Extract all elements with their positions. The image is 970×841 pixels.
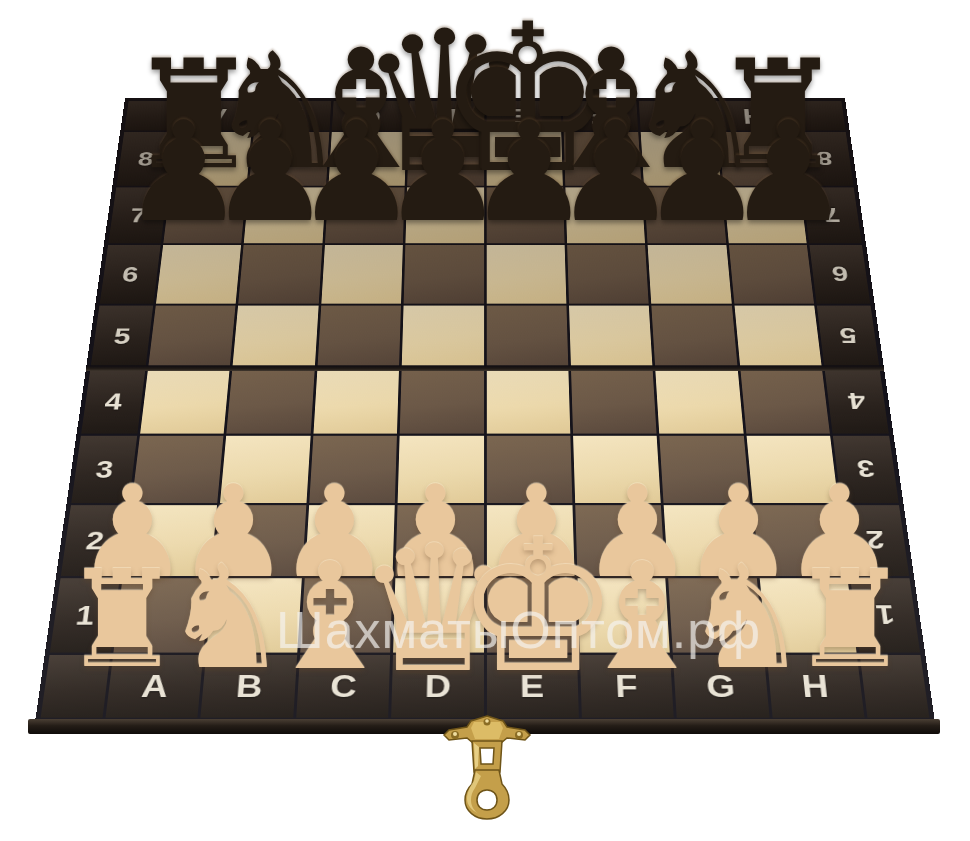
square-a5[interactable] [148, 306, 236, 367]
square-g4[interactable] [655, 369, 743, 433]
rank-number: 4 [104, 389, 124, 413]
photo-stage: ABCDEFGH8877665544332211ABCDEFGH ♜♞♝♛♚♝♞… [0, 0, 970, 841]
square-d6[interactable] [404, 245, 484, 304]
square-d5[interactable] [402, 306, 484, 367]
black-pawn-h7[interactable]: ♟ [727, 104, 851, 242]
square-g6[interactable] [648, 245, 732, 304]
square-e6[interactable] [486, 245, 566, 304]
square-f6[interactable] [567, 245, 649, 304]
square-b6[interactable] [239, 245, 323, 304]
rank-number: 5 [112, 325, 132, 348]
rank-number: 6 [121, 264, 140, 286]
square-c4[interactable] [313, 369, 399, 433]
rank-number: 4 [846, 389, 866, 413]
rank-label-left-5: 5 [91, 306, 153, 367]
rank-label-right-6: 6 [809, 245, 870, 304]
square-h4[interactable] [740, 369, 830, 433]
rank-label-left-4: 4 [81, 369, 145, 433]
square-f5[interactable] [569, 306, 653, 367]
square-b4[interactable] [227, 369, 315, 433]
white-rook-h1[interactable]: ♜ [790, 553, 910, 687]
square-c6[interactable] [321, 245, 403, 304]
square-b5[interactable] [233, 306, 319, 367]
rank-number: 6 [830, 264, 849, 286]
square-h5[interactable] [734, 306, 822, 367]
square-c5[interactable] [317, 306, 401, 367]
rank-label-left-6: 6 [100, 245, 161, 304]
square-a6[interactable] [156, 245, 241, 304]
rank-label-right-5: 5 [817, 306, 879, 367]
square-e5[interactable] [486, 306, 568, 367]
rank-number: 5 [838, 325, 858, 348]
square-e4[interactable] [486, 369, 570, 433]
square-a4[interactable] [140, 369, 230, 433]
board-fold-seam [86, 365, 885, 370]
rank-label-right-4: 4 [825, 369, 889, 433]
square-f4[interactable] [571, 369, 657, 433]
square-g5[interactable] [652, 306, 738, 367]
square-d4[interactable] [400, 369, 484, 433]
square-h6[interactable] [729, 245, 814, 304]
brass-clasp-icon [441, 714, 533, 822]
